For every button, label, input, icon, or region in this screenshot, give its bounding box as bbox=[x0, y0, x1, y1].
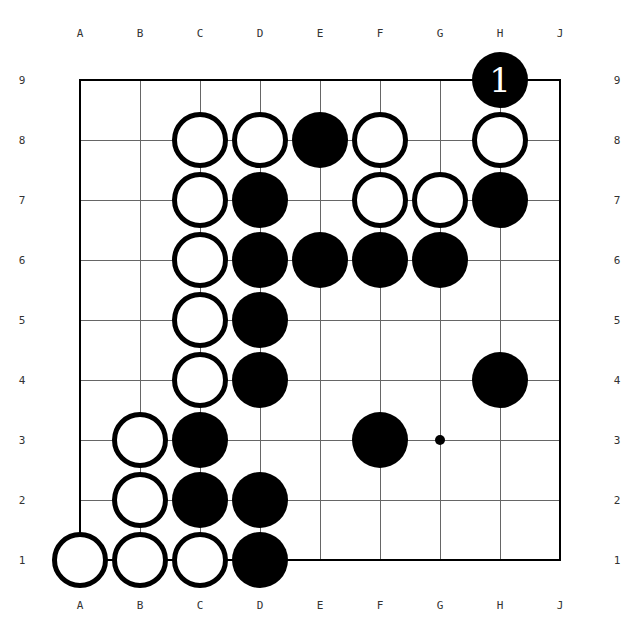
stone-black-F6 bbox=[352, 232, 408, 288]
col-label-bottom-F: F bbox=[377, 599, 384, 612]
star-point-G3 bbox=[435, 435, 445, 445]
row-label-left-8: 8 bbox=[19, 134, 26, 147]
stone-black-D1 bbox=[232, 532, 288, 588]
row-label-left-2: 2 bbox=[19, 494, 26, 507]
col-label-top-B: B bbox=[137, 27, 144, 40]
row-label-right-7: 7 bbox=[614, 194, 621, 207]
stone-black-E8 bbox=[292, 112, 348, 168]
stone-white-A1 bbox=[52, 532, 108, 588]
stone-black-G6 bbox=[412, 232, 468, 288]
stone-black-C3 bbox=[172, 412, 228, 468]
stone-white-H8 bbox=[472, 112, 528, 168]
row-label-left-4: 4 bbox=[19, 374, 26, 387]
stone-white-B1 bbox=[112, 532, 168, 588]
stone-white-B2 bbox=[112, 472, 168, 528]
row-label-left-3: 3 bbox=[19, 434, 26, 447]
col-label-bottom-H: H bbox=[497, 599, 504, 612]
col-label-top-J: J bbox=[557, 27, 564, 40]
stone-white-G7 bbox=[412, 172, 468, 228]
stone-white-C4 bbox=[172, 352, 228, 408]
stone-white-F8 bbox=[352, 112, 408, 168]
col-label-top-E: E bbox=[317, 27, 324, 40]
stone-white-C7 bbox=[172, 172, 228, 228]
col-label-top-C: C bbox=[197, 27, 204, 40]
stone-black-F3 bbox=[352, 412, 408, 468]
stone-white-C5 bbox=[172, 292, 228, 348]
go-board-diagram: AABBCCDDEEFFGGHHJJ998877665544332211 1 bbox=[0, 0, 640, 640]
row-label-left-5: 5 bbox=[19, 314, 26, 327]
stone-black-D5 bbox=[232, 292, 288, 348]
row-label-right-8: 8 bbox=[614, 134, 621, 147]
col-label-bottom-D: D bbox=[257, 599, 264, 612]
col-label-top-F: F bbox=[377, 27, 384, 40]
col-label-bottom-G: G bbox=[437, 599, 444, 612]
col-label-bottom-A: A bbox=[77, 599, 84, 612]
col-label-bottom-J: J bbox=[557, 599, 564, 612]
stone-black-H4 bbox=[472, 352, 528, 408]
stone-white-C1 bbox=[172, 532, 228, 588]
row-label-right-9: 9 bbox=[614, 74, 621, 87]
stone-black-C2 bbox=[172, 472, 228, 528]
stone-black-E6 bbox=[292, 232, 348, 288]
stone-white-B3 bbox=[112, 412, 168, 468]
stone-black-H9: 1 bbox=[472, 52, 528, 108]
stone-black-D7 bbox=[232, 172, 288, 228]
col-label-top-D: D bbox=[257, 27, 264, 40]
stone-white-C6 bbox=[172, 232, 228, 288]
move-number-label: 1 bbox=[489, 63, 511, 97]
row-label-left-7: 7 bbox=[19, 194, 26, 207]
col-label-top-H: H bbox=[497, 27, 504, 40]
col-label-bottom-C: C bbox=[197, 599, 204, 612]
row-label-left-6: 6 bbox=[19, 254, 26, 267]
col-label-top-A: A bbox=[77, 27, 84, 40]
stone-black-H7 bbox=[472, 172, 528, 228]
row-label-left-9: 9 bbox=[19, 74, 26, 87]
stone-black-D6 bbox=[232, 232, 288, 288]
col-label-top-G: G bbox=[437, 27, 444, 40]
stone-black-D2 bbox=[232, 472, 288, 528]
row-label-right-2: 2 bbox=[614, 494, 621, 507]
row-label-right-4: 4 bbox=[614, 374, 621, 387]
row-label-right-3: 3 bbox=[614, 434, 621, 447]
row-label-right-1: 1 bbox=[614, 554, 621, 567]
row-label-left-1: 1 bbox=[19, 554, 26, 567]
row-label-right-6: 6 bbox=[614, 254, 621, 267]
stone-black-D4 bbox=[232, 352, 288, 408]
col-label-bottom-E: E bbox=[317, 599, 324, 612]
stone-white-D8 bbox=[232, 112, 288, 168]
stone-white-C8 bbox=[172, 112, 228, 168]
col-label-bottom-B: B bbox=[137, 599, 144, 612]
row-label-right-5: 5 bbox=[614, 314, 621, 327]
stone-white-F7 bbox=[352, 172, 408, 228]
